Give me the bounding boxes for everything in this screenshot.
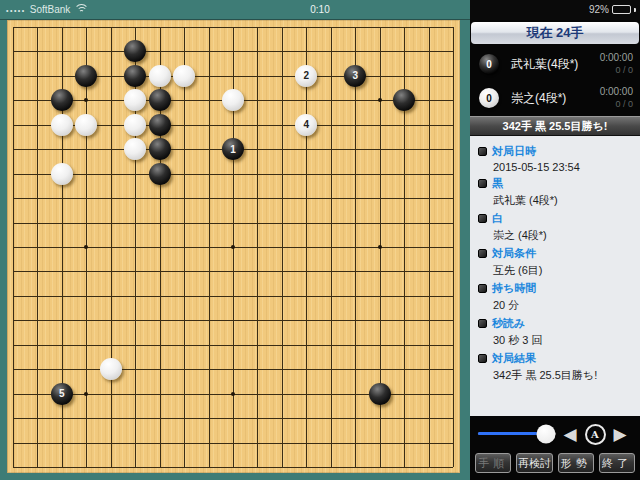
star-point <box>231 245 235 249</box>
sequence-button[interactable]: 手順 <box>475 453 511 473</box>
white-stone <box>75 114 97 136</box>
detail-label: 対局日時 <box>492 144 536 159</box>
carrier-label: SoftBank <box>30 4 71 15</box>
white-stone <box>222 89 244 111</box>
slider-thumb[interactable] <box>536 424 555 443</box>
step-back-button[interactable]: ◀ <box>558 418 582 450</box>
list-bullet-icon <box>478 179 487 188</box>
black-stone <box>124 65 146 87</box>
detail-item: 対局結果 <box>478 351 632 366</box>
detail-value: 崇之 (4段*) <box>493 228 632 243</box>
list-bullet-icon <box>478 147 487 156</box>
players-list: 0武礼葉(4段*)0:00:000 / 00崇之(4段*)0:00:000 / … <box>470 47 640 115</box>
detail-value: 武礼葉 (4段*) <box>493 193 632 208</box>
result-banner: 342手 黒 25.5目勝ち! <box>470 116 640 136</box>
list-bullet-icon <box>478 249 487 258</box>
grid-line <box>257 27 258 467</box>
detail-item: 持ち時間 <box>478 281 632 296</box>
wifi-icon <box>74 4 87 15</box>
auto-play-icon: A <box>585 424 606 445</box>
clock-label: 0:10 <box>0 0 640 19</box>
black-stone <box>393 89 415 111</box>
list-bullet-icon <box>478 214 487 223</box>
end-button[interactable]: 終了 <box>599 453 635 473</box>
grid-line <box>13 467 453 468</box>
black-stone <box>149 163 171 185</box>
grid-line <box>13 271 453 272</box>
white-stone <box>124 114 146 136</box>
capture-count-stone-icon: 0 <box>479 54 499 74</box>
detail-value: 互先 (6目) <box>493 263 632 278</box>
detail-value: 2015-05-15 23:54 <box>493 161 632 173</box>
star-point <box>84 98 88 102</box>
goban-grid: 23415 <box>13 27 453 467</box>
grid-line <box>453 27 454 467</box>
detail-item: 白 <box>478 211 632 226</box>
white-stone <box>149 65 171 87</box>
white-stone <box>100 358 122 380</box>
list-bullet-icon <box>478 284 487 293</box>
black-stone <box>149 138 171 160</box>
detail-value: 342手 黒 25.5目勝ち! <box>493 368 632 383</box>
detail-value: 20 分 <box>493 298 632 313</box>
detail-item: 黒 <box>478 176 632 191</box>
player-row: 0崇之(4段*)0:00:000 / 0 <box>470 81 640 115</box>
detail-item: 対局条件 <box>478 246 632 261</box>
auto-play-button[interactable]: A <box>582 418 608 450</box>
player-time: 0:00:00 <box>600 86 633 99</box>
star-point <box>378 98 382 102</box>
board-area: 23415 <box>0 20 470 480</box>
grid-line <box>429 27 430 467</box>
player-time: 0:00:00 <box>600 52 633 65</box>
white-stone: 2 <box>295 65 317 87</box>
grid-line <box>306 27 307 467</box>
grid-line <box>355 27 356 467</box>
player-name: 武礼葉(4段*) <box>511 56 600 73</box>
detail-label: 白 <box>492 211 503 226</box>
player-periods: 0 / 0 <box>600 99 633 110</box>
detail-label: 秒読み <box>492 316 525 331</box>
grid-line <box>331 27 332 467</box>
white-stone <box>124 138 146 160</box>
star-point <box>84 245 88 249</box>
grid-line <box>13 296 453 297</box>
player-times: 0:00:000 / 0 <box>600 86 633 110</box>
black-stone <box>75 65 97 87</box>
player-times: 0:00:000 / 0 <box>600 52 633 76</box>
detail-label: 黒 <box>492 176 503 191</box>
battery-percent: 92% <box>589 4 609 15</box>
playback-slider[interactable] <box>478 432 556 435</box>
battery-tip-icon <box>634 8 636 12</box>
detail-item: 秒読み <box>478 316 632 331</box>
detail-label: 対局結果 <box>492 351 536 366</box>
white-stone <box>173 65 195 87</box>
white-stone: 4 <box>295 114 317 136</box>
grid-line <box>13 443 453 444</box>
detail-value: 30 秒 3 回 <box>493 333 632 348</box>
black-stone: 5 <box>51 383 73 405</box>
grid-line <box>13 320 453 321</box>
white-stone <box>51 114 73 136</box>
black-stone <box>369 383 391 405</box>
situation-button[interactable]: 形勢 <box>558 453 594 473</box>
detail-label: 対局条件 <box>492 246 536 261</box>
black-stone <box>149 114 171 136</box>
detail-item: 対局日時 <box>478 144 632 159</box>
status-bar: 0:10 ••••• SoftBank 92% <box>0 0 640 20</box>
goban[interactable]: 23415 <box>7 20 460 473</box>
review-button[interactable]: 再検討 <box>516 453 552 473</box>
grid-line <box>13 418 453 419</box>
list-bullet-icon <box>478 354 487 363</box>
black-stone <box>149 89 171 111</box>
capture-count-stone-icon: 0 <box>479 88 499 108</box>
app-screen: 0:10 ••••• SoftBank 92% 23415 現在 24手 0武礼… <box>0 0 640 480</box>
battery-icon <box>612 5 631 14</box>
grid-line <box>13 369 453 370</box>
step-forward-button[interactable]: ▶ <box>608 418 632 450</box>
detail-label: 持ち時間 <box>492 281 536 296</box>
black-stone: 3 <box>344 65 366 87</box>
player-name: 崇之(4段*) <box>511 90 600 107</box>
star-point <box>378 245 382 249</box>
list-bullet-icon <box>478 319 487 328</box>
bottom-button-bar: 手順再検討形勢終了 <box>475 453 635 473</box>
star-point <box>84 392 88 396</box>
signal-dots: ••••• <box>6 6 26 14</box>
playback-controls: ◀ A ▶ <box>470 418 640 450</box>
black-stone <box>124 40 146 62</box>
white-stone <box>51 163 73 185</box>
game-details: 対局日時2015-05-15 23:54黒武礼葉 (4段*)白崇之 (4段*)対… <box>470 136 640 416</box>
black-stone: 1 <box>222 138 244 160</box>
grid-line <box>282 27 283 467</box>
grid-line <box>13 345 453 346</box>
current-move-header: 現在 24手 <box>471 22 639 44</box>
black-stone <box>51 89 73 111</box>
player-row: 0武礼葉(4段*)0:00:000 / 0 <box>470 47 640 81</box>
star-point <box>231 392 235 396</box>
player-periods: 0 / 0 <box>600 65 633 76</box>
sidebar: 現在 24手 0武礼葉(4段*)0:00:000 / 00崇之(4段*)0:00… <box>470 20 640 480</box>
white-stone <box>124 89 146 111</box>
